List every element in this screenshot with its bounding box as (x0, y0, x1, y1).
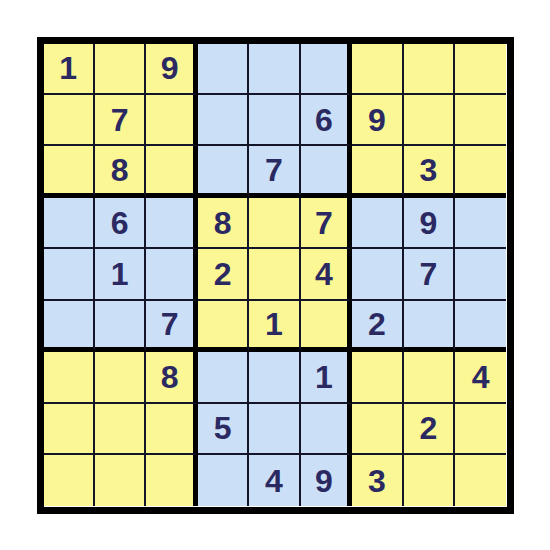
cell-r9c2[interactable] (95, 455, 146, 506)
cell-r1c7[interactable] (352, 44, 403, 95)
cell-r5c8[interactable]: 7 (404, 249, 455, 300)
cell-r7c6[interactable]: 1 (301, 352, 352, 403)
cell-r7c7[interactable] (352, 352, 403, 403)
cell-r8c8[interactable]: 2 (404, 404, 455, 455)
cell-r7c4[interactable] (198, 352, 249, 403)
cell-r2c7[interactable]: 9 (352, 95, 403, 146)
cell-r1c8[interactable] (404, 44, 455, 95)
cell-r1c3[interactable]: 9 (146, 44, 197, 95)
cell-r4c4[interactable]: 8 (198, 198, 249, 249)
cell-r4c9[interactable] (455, 198, 506, 249)
cell-r1c9[interactable] (455, 44, 506, 95)
cell-r4c3[interactable] (146, 198, 197, 249)
cell-r3c7[interactable] (352, 146, 403, 197)
cell-r5c3[interactable] (146, 249, 197, 300)
sudoku-board: 1 9 7 6 9 8 7 3 6 8 7 9 (37, 37, 514, 514)
cell-r4c6[interactable]: 7 (301, 198, 352, 249)
cell-r3c2[interactable]: 8 (95, 146, 146, 197)
cell-r8c9[interactable] (455, 404, 506, 455)
cell-r8c4[interactable]: 5 (198, 404, 249, 455)
cell-r8c1[interactable] (44, 404, 95, 455)
cell-r2c8[interactable] (404, 95, 455, 146)
cell-r5c9[interactable] (455, 249, 506, 300)
cell-r3c9[interactable] (455, 146, 506, 197)
cell-r4c7[interactable] (352, 198, 403, 249)
cell-r9c4[interactable] (198, 455, 249, 506)
cell-r8c2[interactable] (95, 404, 146, 455)
cell-r6c9[interactable] (455, 301, 506, 352)
cell-r6c2[interactable] (95, 301, 146, 352)
cell-r6c4[interactable] (198, 301, 249, 352)
cell-r9c9[interactable] (455, 455, 506, 506)
cell-r6c8[interactable] (404, 301, 455, 352)
cell-r8c3[interactable] (146, 404, 197, 455)
cell-r3c6[interactable] (301, 146, 352, 197)
cell-r3c5[interactable]: 7 (249, 146, 300, 197)
cell-r2c2[interactable]: 7 (95, 95, 146, 146)
cell-r6c1[interactable] (44, 301, 95, 352)
cell-r3c8[interactable]: 3 (404, 146, 455, 197)
page-background: 1 9 7 6 9 8 7 3 6 8 7 9 (0, 0, 550, 550)
cell-r8c5[interactable] (249, 404, 300, 455)
cell-r1c2[interactable] (95, 44, 146, 95)
cell-r8c6[interactable] (301, 404, 352, 455)
cell-r9c8[interactable] (404, 455, 455, 506)
cell-r3c4[interactable] (198, 146, 249, 197)
cell-r2c5[interactable] (249, 95, 300, 146)
cell-r9c1[interactable] (44, 455, 95, 506)
cell-r1c4[interactable] (198, 44, 249, 95)
cell-r3c1[interactable] (44, 146, 95, 197)
cell-r3c3[interactable] (146, 146, 197, 197)
cell-r5c7[interactable] (352, 249, 403, 300)
cell-r8c7[interactable] (352, 404, 403, 455)
cell-r1c1[interactable]: 1 (44, 44, 95, 95)
cell-r6c7[interactable]: 2 (352, 301, 403, 352)
cell-r7c9[interactable]: 4 (455, 352, 506, 403)
cell-r1c5[interactable] (249, 44, 300, 95)
cell-r5c2[interactable]: 1 (95, 249, 146, 300)
cell-r5c6[interactable]: 4 (301, 249, 352, 300)
cell-r9c5[interactable]: 4 (249, 455, 300, 506)
cell-r6c6[interactable] (301, 301, 352, 352)
cell-r4c5[interactable] (249, 198, 300, 249)
cell-r7c1[interactable] (44, 352, 95, 403)
cell-r6c5[interactable]: 1 (249, 301, 300, 352)
cell-r4c1[interactable] (44, 198, 95, 249)
cell-r2c6[interactable]: 6 (301, 95, 352, 146)
cell-r2c3[interactable] (146, 95, 197, 146)
cell-r9c6[interactable]: 9 (301, 455, 352, 506)
cell-r4c2[interactable]: 6 (95, 198, 146, 249)
cell-r7c8[interactable] (404, 352, 455, 403)
cell-r2c9[interactable] (455, 95, 506, 146)
cell-r2c1[interactable] (44, 95, 95, 146)
cell-r2c4[interactable] (198, 95, 249, 146)
cell-r5c5[interactable] (249, 249, 300, 300)
cell-r7c3[interactable]: 8 (146, 352, 197, 403)
cell-r9c3[interactable] (146, 455, 197, 506)
cell-r7c2[interactable] (95, 352, 146, 403)
cell-r4c8[interactable]: 9 (404, 198, 455, 249)
cell-r5c4[interactable]: 2 (198, 249, 249, 300)
cell-r7c5[interactable] (249, 352, 300, 403)
cell-r6c3[interactable]: 7 (146, 301, 197, 352)
cell-r5c1[interactable] (44, 249, 95, 300)
cell-r1c6[interactable] (301, 44, 352, 95)
cell-r9c7[interactable]: 3 (352, 455, 403, 506)
